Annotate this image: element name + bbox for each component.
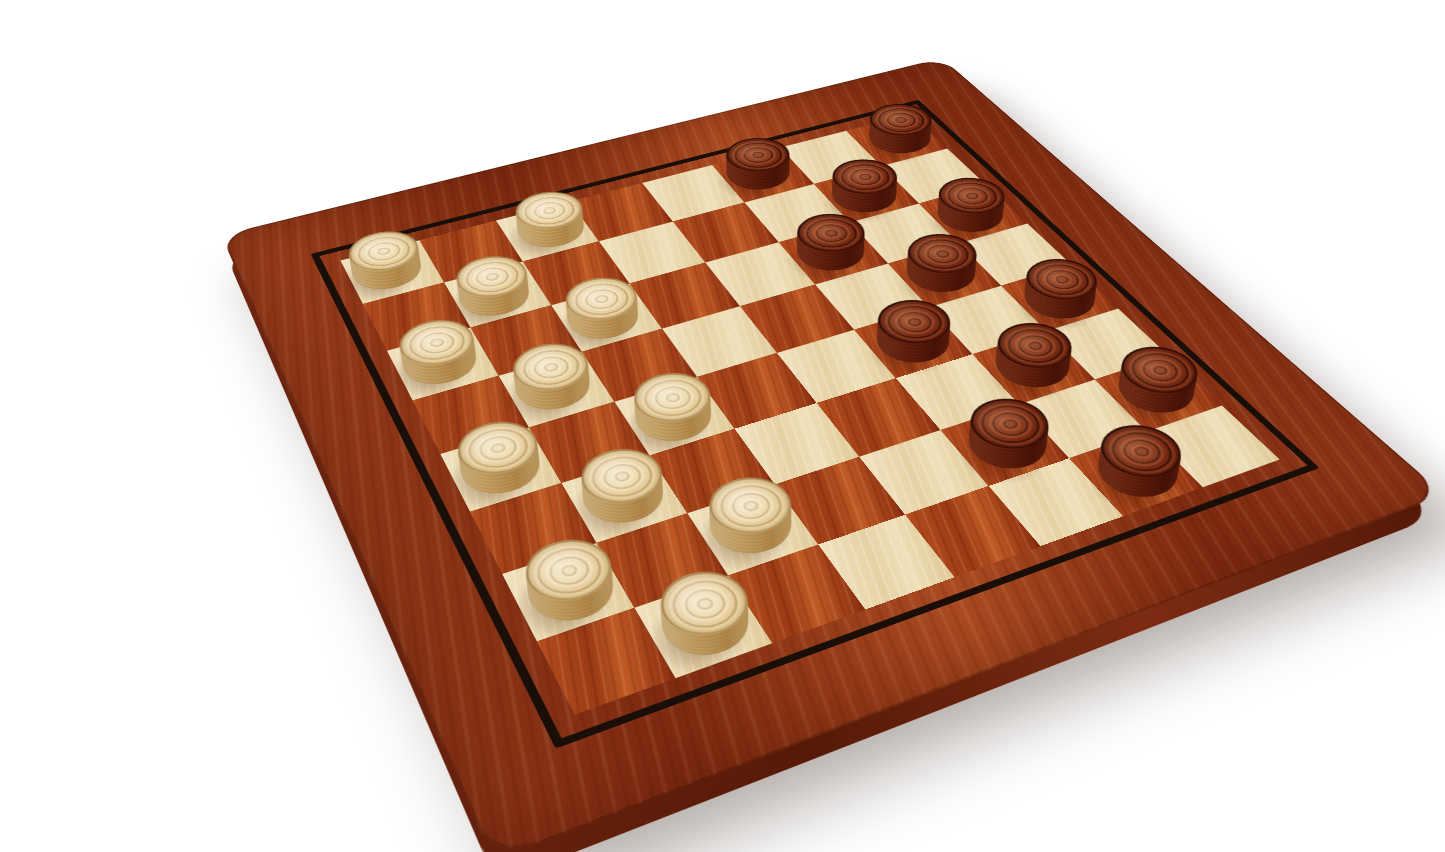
checker-dark[interactable] — [821, 173, 907, 220]
checker-dark[interactable] — [1011, 272, 1107, 327]
checker-light[interactable] — [506, 357, 601, 419]
checker-dark[interactable] — [895, 248, 988, 301]
checkers-board — [221, 58, 1444, 852]
checker-light[interactable] — [517, 552, 626, 633]
checker-light[interactable] — [697, 490, 804, 564]
checker-dark[interactable] — [1104, 360, 1208, 422]
board-scene — [372, 0, 1182, 758]
checker-light[interactable] — [572, 462, 675, 534]
checker-dark[interactable] — [982, 336, 1082, 396]
checker-dark[interactable] — [865, 313, 962, 371]
checker-dark[interactable] — [1083, 438, 1193, 507]
